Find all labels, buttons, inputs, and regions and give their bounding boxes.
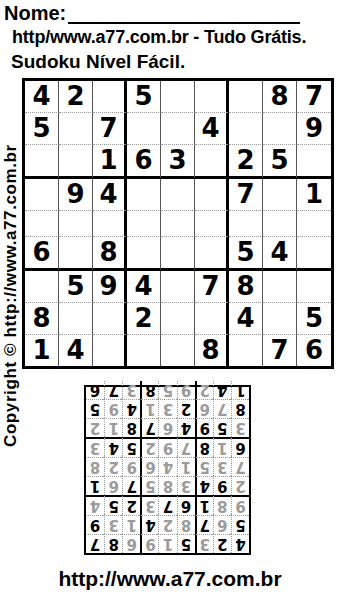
solution-cell-r2c3: 7 xyxy=(195,515,213,534)
solution-cell-r8c3: 6 xyxy=(195,399,213,418)
puzzle-cell-r9c3[interactable] xyxy=(93,335,127,366)
puzzle-cell-r8c8[interactable] xyxy=(263,303,297,335)
puzzle-cell-r5c1[interactable] xyxy=(25,211,59,237)
puzzle-cell-r1c5[interactable] xyxy=(161,81,195,113)
solution-cell-r9c9: 6 xyxy=(86,381,104,399)
puzzle-cell-r3c6[interactable] xyxy=(195,145,229,179)
solution-cell-r2c8: 3 xyxy=(104,515,122,534)
puzzle-cell-r9c2: 4 xyxy=(59,335,93,366)
puzzle-cell-r2c9: 9 xyxy=(297,113,331,145)
solution-cell-r7c6: 7 xyxy=(140,418,158,437)
solution-cell-r8c8: 9 xyxy=(104,399,122,418)
solution-cell-r7c3: 9 xyxy=(195,418,213,437)
solution-cell-r5c9: 8 xyxy=(86,457,104,476)
puzzle-cell-r6c9[interactable] xyxy=(297,237,331,271)
solution-cell-r2c7: 1 xyxy=(122,515,140,534)
solution-cell-r3c5: 7 xyxy=(158,495,176,515)
puzzle-cell-r4c8[interactable] xyxy=(263,179,297,211)
solution-cell-r9c4: 9 xyxy=(177,381,195,399)
puzzle-cell-r7c1[interactable] xyxy=(25,271,59,303)
puzzle-cell-r5c7[interactable] xyxy=(229,211,263,237)
solution-cell-r4c2: 9 xyxy=(213,476,231,495)
puzzle-cell-r1c6[interactable] xyxy=(195,81,229,113)
solution-cell-r4c4: 3 xyxy=(177,476,195,495)
solution-cell-r8c2: 7 xyxy=(213,399,231,418)
puzzle-cell-r8c5[interactable] xyxy=(161,303,195,335)
solution-cell-r8c7: 4 xyxy=(122,399,140,418)
solution-cell-r9c7: 3 xyxy=(122,381,140,399)
solution-cell-r9c5: 5 xyxy=(158,381,176,399)
solution-cell-r6c6: 2 xyxy=(140,437,158,457)
solution-cell-r7c1: 3 xyxy=(231,418,249,437)
solution-cell-r2c9: 9 xyxy=(86,515,104,534)
puzzle-cell-r9c1: 1 xyxy=(25,335,59,366)
solution-cell-r7c7: 8 xyxy=(122,418,140,437)
solution-cell-r3c7: 2 xyxy=(122,495,140,515)
solution-cell-r9c2: 4 xyxy=(213,381,231,399)
solution-cell-r3c1: 9 xyxy=(231,495,249,515)
puzzle-cell-r2c4[interactable] xyxy=(127,113,161,145)
solution-cell-r9c3: 2 xyxy=(195,381,213,399)
solution-cell-r7c9: 2 xyxy=(86,418,104,437)
puzzle-cell-r9c4[interactable] xyxy=(127,335,161,366)
puzzle-cell-r6c4[interactable] xyxy=(127,237,161,271)
name-label: Nome: xyxy=(4,2,66,24)
puzzle-cell-r7c6: 7 xyxy=(195,271,229,303)
solution-cell-r6c4: 7 xyxy=(177,437,195,457)
solution-cell-r1c5: 1 xyxy=(158,534,176,553)
solution-cell-r6c2: 1 xyxy=(213,437,231,457)
puzzle-cell-r4c1[interactable] xyxy=(25,179,59,211)
solution-cell-r8c6: 1 xyxy=(140,399,158,418)
solution-cell-r1c4: 5 xyxy=(177,534,195,553)
solution-cell-r4c6: 5 xyxy=(140,476,158,495)
solution-cell-r7c4: 4 xyxy=(177,418,195,437)
puzzle-cell-r3c9[interactable] xyxy=(297,145,331,179)
solution-cell-r8c1: 8 xyxy=(231,399,249,418)
solution-cell-r5c4: 1 xyxy=(177,457,195,476)
solution-cell-r4c8: 6 xyxy=(104,476,122,495)
puzzle-cell-r5c9[interactable] xyxy=(297,211,331,237)
puzzle-cell-r1c3[interactable] xyxy=(93,81,127,113)
puzzle-cell-r1c2: 2 xyxy=(59,81,93,113)
site-header-line: http/www.a77.com.br - Tudo Grátis. xyxy=(12,27,306,48)
solution-cell-r1c6: 9 xyxy=(140,534,158,553)
puzzle-cell-r1c8: 8 xyxy=(263,81,297,113)
solution-cell-r2c4: 8 xyxy=(177,515,195,534)
solution-cell-r8c5: 3 xyxy=(158,399,176,418)
solution-cell-r3c6: 3 xyxy=(140,495,158,515)
puzzle-cell-r9c8: 7 xyxy=(263,335,297,366)
solution-cell-r6c5: 9 xyxy=(158,437,176,457)
puzzle-cell-r2c3: 7 xyxy=(93,113,127,145)
puzzle-cell-r6c1: 6 xyxy=(25,237,59,271)
solution-cell-r1c1: 4 xyxy=(231,534,249,553)
solution-cell-r5c8: 2 xyxy=(104,457,122,476)
puzzle-cell-r1c1: 4 xyxy=(25,81,59,113)
solution-cell-r2c6: 4 xyxy=(140,515,158,534)
puzzle-cell-r2c8[interactable] xyxy=(263,113,297,145)
puzzle-cell-r3c1[interactable] xyxy=(25,145,59,179)
puzzle-cell-r1c4: 5 xyxy=(127,81,161,113)
solution-cell-r6c1: 6 xyxy=(231,437,249,457)
solution-cell-r6c9: 3 xyxy=(86,437,104,457)
solution-cell-r7c5: 6 xyxy=(158,418,176,437)
solution-cell-r8c4: 2 xyxy=(177,399,195,418)
puzzle-cell-r5c5[interactable] xyxy=(161,211,195,237)
puzzle-cell-r4c6[interactable] xyxy=(195,179,229,211)
puzzle-cell-r9c6: 8 xyxy=(195,335,229,366)
solution-cell-r6c8: 4 xyxy=(104,437,122,457)
puzzle-cell-r2c7[interactable] xyxy=(229,113,263,145)
solution-cell-r5c5: 4 xyxy=(158,457,176,476)
puzzle-cell-r8c6[interactable] xyxy=(195,303,229,335)
puzzle-cell-r6c5[interactable] xyxy=(161,237,195,271)
solution-cell-r2c2: 6 xyxy=(213,515,231,534)
puzzle-cell-r4c7: 7 xyxy=(229,179,263,211)
puzzle-cell-r1c7[interactable] xyxy=(229,81,263,113)
solution-cell-r3c9: 4 xyxy=(86,495,104,515)
puzzle-cell-r4c3: 4 xyxy=(93,179,127,211)
puzzle-cell-r9c5[interactable] xyxy=(161,335,195,366)
solution-cell-r6c3: 8 xyxy=(195,437,213,457)
puzzle-cell-r7c5[interactable] xyxy=(161,271,195,303)
solution-cell-r1c8: 8 xyxy=(104,534,122,553)
solution-cell-r3c2: 8 xyxy=(213,495,231,515)
name-write-line[interactable] xyxy=(68,2,300,24)
solution-cell-r3c3: 1 xyxy=(195,495,213,515)
solution-cell-r3c8: 5 xyxy=(104,495,122,515)
solution-cell-r5c2: 3 xyxy=(213,457,231,476)
name-row: Nome: xyxy=(4,2,300,24)
puzzle-cell-r4c9: 1 xyxy=(297,179,331,211)
puzzle-cell-r3c5: 3 xyxy=(161,145,195,179)
sudoku-puzzle-grid: 425875749163259471685459478824514876 xyxy=(22,78,334,369)
puzzle-cell-r6c6[interactable] xyxy=(195,237,229,271)
solution-cell-r7c2: 5 xyxy=(213,418,231,437)
puzzle-cell-r5c8[interactable] xyxy=(263,211,297,237)
solution-cell-r9c6: 8 xyxy=(140,381,158,399)
solution-cell-r5c7: 9 xyxy=(122,457,140,476)
puzzle-cell-r5c6[interactable] xyxy=(195,211,229,237)
sudoku-solution-grid-rotated: 4235196875678241399816732542943857617351… xyxy=(84,385,251,555)
puzzle-cell-r9c9: 6 xyxy=(297,335,331,366)
solution-cell-r1c7: 6 xyxy=(122,534,140,553)
solution-cell-r1c2: 2 xyxy=(213,534,231,553)
solution-cell-r8c9: 5 xyxy=(86,399,104,418)
puzzle-cell-r4c4[interactable] xyxy=(127,179,161,211)
solution-cell-r6c7: 5 xyxy=(122,437,140,457)
puzzle-cell-r8c2[interactable] xyxy=(59,303,93,335)
puzzle-cell-r5c3[interactable] xyxy=(93,211,127,237)
puzzle-cell-r6c8: 4 xyxy=(263,237,297,271)
solution-cell-r1c3: 3 xyxy=(195,534,213,553)
puzzle-cell-r7c3: 9 xyxy=(93,271,127,303)
puzzle-cell-r7c4: 4 xyxy=(127,271,161,303)
puzzle-cell-r3c8: 5 xyxy=(263,145,297,179)
puzzle-cell-r7c9[interactable] xyxy=(297,271,331,303)
puzzle-cell-r5c2[interactable] xyxy=(59,211,93,237)
solution-cell-r4c3: 4 xyxy=(195,476,213,495)
puzzle-cell-r8c7: 4 xyxy=(229,303,263,335)
puzzle-cell-r8c1: 8 xyxy=(25,303,59,335)
puzzle-cell-r1c9: 7 xyxy=(297,81,331,113)
puzzle-cell-r7c2: 5 xyxy=(59,271,93,303)
puzzle-cell-r7c8[interactable] xyxy=(263,271,297,303)
solution-cell-r2c1: 5 xyxy=(231,515,249,534)
puzzle-cell-r2c2[interactable] xyxy=(59,113,93,145)
puzzle-cell-r2c6: 4 xyxy=(195,113,229,145)
solution-cell-r3c4: 6 xyxy=(177,495,195,515)
solution-cell-r5c1: 7 xyxy=(231,457,249,476)
puzzle-cell-r6c2[interactable] xyxy=(59,237,93,271)
solution-cell-r9c1: 1 xyxy=(231,381,249,399)
puzzle-cell-r2c5[interactable] xyxy=(161,113,195,145)
solution-cell-r7c8: 1 xyxy=(104,418,122,437)
puzzle-cell-r7c7: 8 xyxy=(229,271,263,303)
solution-cell-r5c6: 6 xyxy=(140,457,158,476)
puzzle-cell-r3c2[interactable] xyxy=(59,145,93,179)
solution-cell-r4c9: 1 xyxy=(86,476,104,495)
puzzle-cell-r8c4: 2 xyxy=(127,303,161,335)
puzzle-cell-r2c1: 5 xyxy=(25,113,59,145)
solution-cell-r2c5: 2 xyxy=(158,515,176,534)
puzzle-cell-r6c3: 8 xyxy=(93,237,127,271)
puzzle-cell-r5c4[interactable] xyxy=(127,211,161,237)
puzzle-cell-r9c7[interactable] xyxy=(229,335,263,366)
puzzle-cell-r4c5[interactable] xyxy=(161,179,195,211)
footer-url: http://www.a77.com.br xyxy=(0,567,340,591)
solution-cell-r9c8: 7 xyxy=(104,381,122,399)
puzzle-cell-r3c4: 6 xyxy=(127,145,161,179)
copyright-vertical-text: Copyright © http://www.a77.com.br xyxy=(2,85,20,447)
solution-cell-r4c7: 7 xyxy=(122,476,140,495)
puzzle-cell-r6c7: 5 xyxy=(229,237,263,271)
puzzle-title: Sudoku Nível Fácil. xyxy=(11,51,185,73)
solution-cell-r4c1: 2 xyxy=(231,476,249,495)
puzzle-cell-r8c9: 5 xyxy=(297,303,331,335)
solution-cell-r5c3: 5 xyxy=(195,457,213,476)
puzzle-cell-r8c3[interactable] xyxy=(93,303,127,335)
puzzle-cell-r3c7: 2 xyxy=(229,145,263,179)
solution-cell-r1c9: 7 xyxy=(86,534,104,553)
puzzle-cell-r3c3: 1 xyxy=(93,145,127,179)
solution-cell-r4c5: 8 xyxy=(158,476,176,495)
puzzle-cell-r4c2: 9 xyxy=(59,179,93,211)
